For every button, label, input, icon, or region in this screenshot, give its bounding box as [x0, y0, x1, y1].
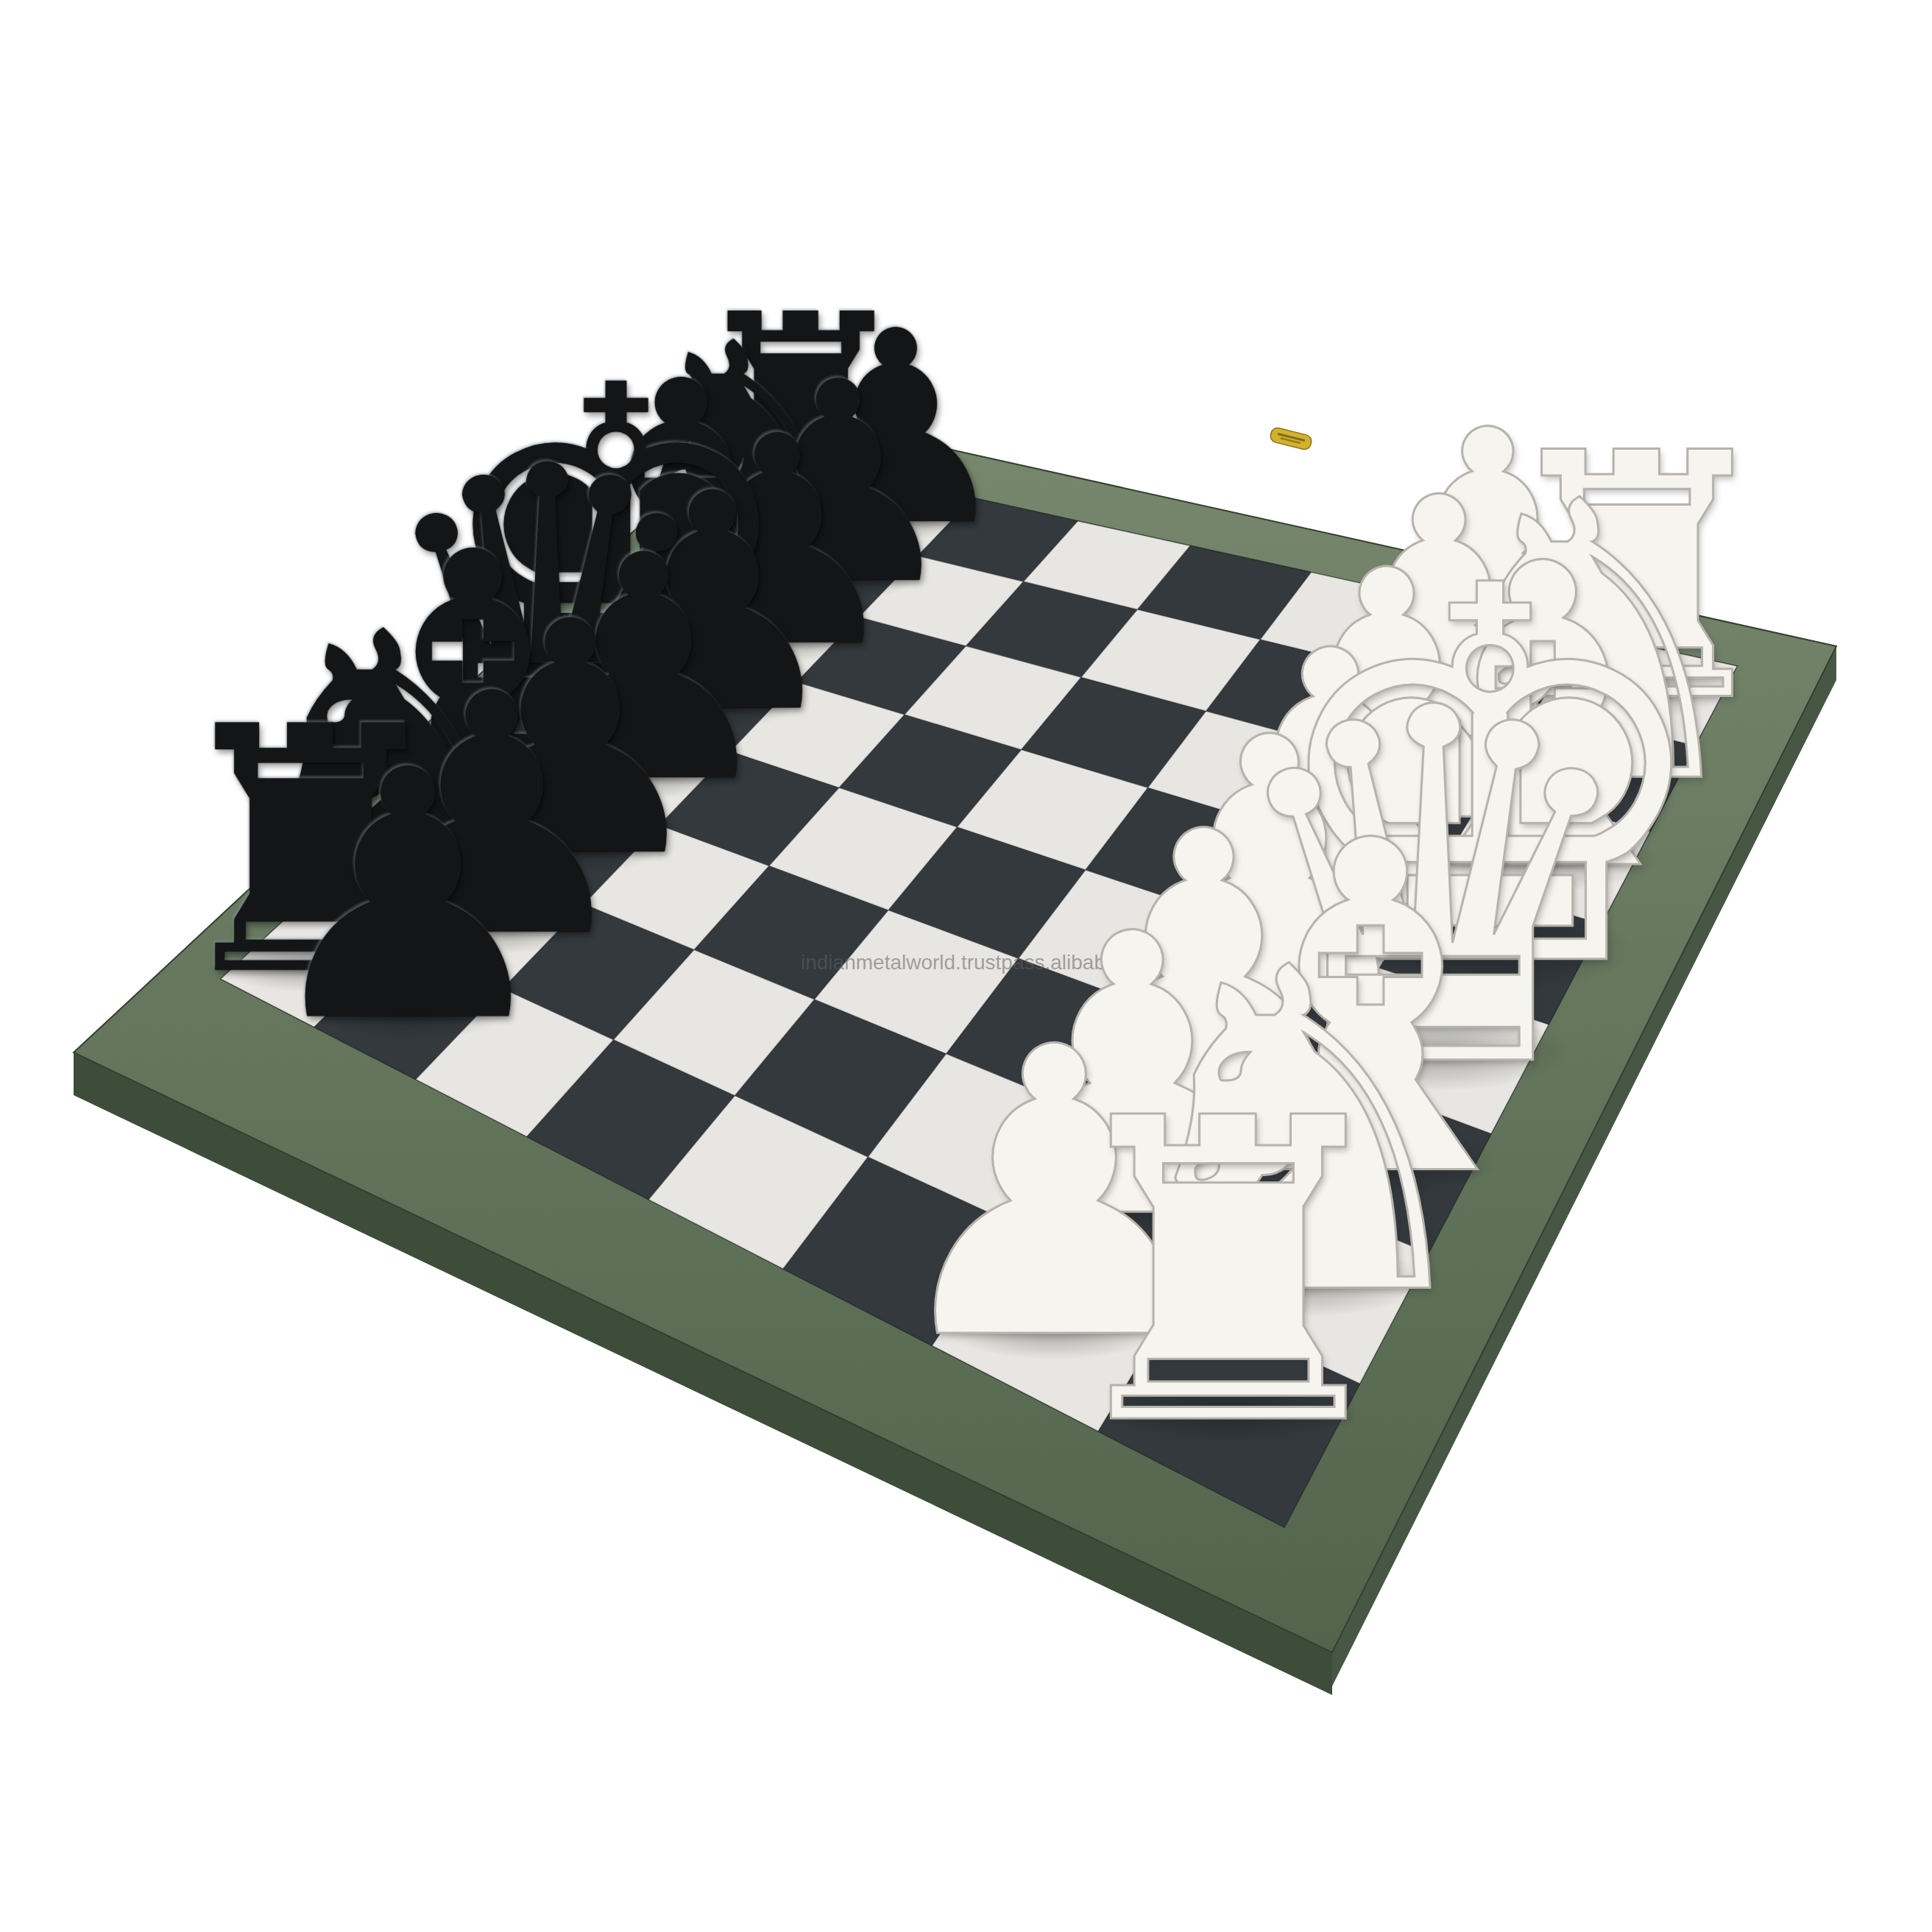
piece-black-pawn-a7[interactable]: ♟ [255, 726, 562, 1069]
product-photo: ♜♟♞♟♝♟♟♚♜♟♟♛♞♟♝♟♟♝♞♟♟♚♜♟♟♛♟♝♟♞♟♜ indianm… [0, 0, 1932, 1932]
piece-white-rook-a1[interactable]: ♜ [1041, 1066, 1415, 1483]
